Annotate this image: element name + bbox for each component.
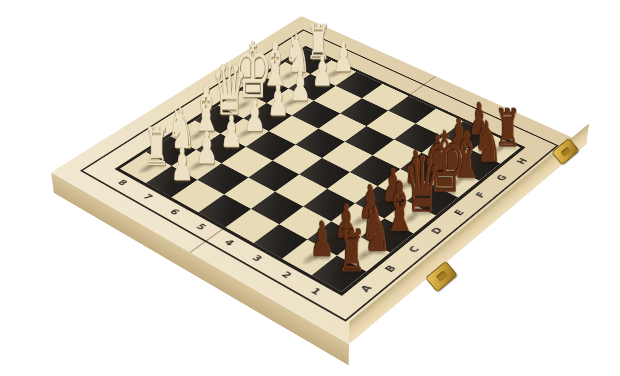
dark-pawn-glyph: ♟ (309, 216, 333, 264)
white-pawn-glyph: ♟ (196, 126, 218, 170)
dark-rook-glyph: ♜ (337, 223, 366, 280)
chess-board-box: 12345678ABCDEFGH ♜♞♝♛♚♝♞♜♟♟♟♟♟♟♟♟♟♟♟♟♟♟♟… (51, 16, 586, 344)
white-pawn-glyph: ♟ (244, 95, 266, 138)
white-pawn-glyph: ♟ (171, 142, 194, 187)
white-pawn-glyph: ♟ (267, 80, 288, 123)
white-pawn-glyph: ♟ (220, 110, 242, 154)
white-rook-glyph: ♜ (143, 120, 169, 173)
white-pawn-glyph: ♟ (290, 65, 311, 107)
white-pawn-glyph: ♟ (333, 37, 354, 78)
chess-set-photo: 12345678ABCDEFGH ♜♞♝♛♚♝♞♜♟♟♟♟♟♟♟♟♟♟♟♟♟♟♟… (0, 0, 620, 376)
white-pawn-glyph: ♟ (312, 51, 333, 93)
